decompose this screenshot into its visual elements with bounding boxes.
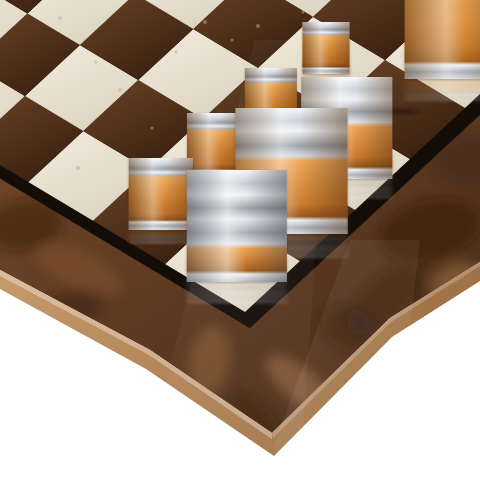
chess-set-photo: ♛♛♟♟♚♚♟♟♞♞♟♟♝♝♟♟♜♜ [0,0,480,480]
chess-board [0,0,480,480]
